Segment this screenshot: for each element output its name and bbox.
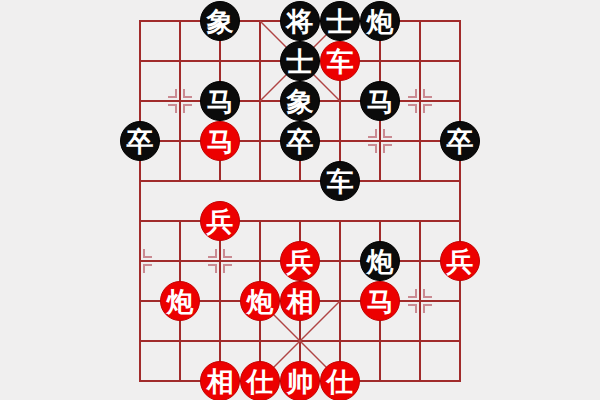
piece-red-elephant[interactable]: 相 [200,361,240,400]
piece-red-horse[interactable]: 马 [360,281,400,321]
piece-red-cannon[interactable]: 炮 [160,281,200,321]
piece-black-horse[interactable]: 马 [360,81,400,121]
piece-red-horse[interactable]: 马 [200,121,240,161]
piece-black-soldier[interactable]: 卒 [280,121,320,161]
piece-red-cannon[interactable]: 炮 [240,281,280,321]
xiangqi-app: 象将士炮士车马象马卒马卒卒车兵兵炮兵炮炮相马相仕帅仕 [0,0,600,400]
piece-black-advisor[interactable]: 士 [320,1,360,41]
piece-black-cannon[interactable]: 炮 [360,1,400,41]
piece-red-elephant[interactable]: 相 [280,281,320,321]
piece-red-general[interactable]: 帅 [280,361,320,400]
piece-red-soldier[interactable]: 兵 [200,201,240,241]
piece-red-advisor[interactable]: 仕 [320,361,360,400]
piece-black-soldier[interactable]: 卒 [120,121,160,161]
piece-black-horse[interactable]: 马 [200,81,240,121]
xiangqi-board: 象将士炮士车马象马卒马卒卒车兵兵炮兵炮炮相马相仕帅仕 [120,1,480,400]
piece-red-soldier[interactable]: 兵 [280,241,320,281]
piece-red-advisor[interactable]: 仕 [240,361,280,400]
piece-red-soldier[interactable]: 兵 [440,241,480,281]
piece-black-advisor[interactable]: 士 [280,41,320,81]
piece-black-elephant[interactable]: 象 [200,1,240,41]
piece-black-elephant[interactable]: 象 [280,81,320,121]
piece-red-chariot[interactable]: 车 [320,41,360,81]
piece-black-general[interactable]: 将 [280,1,320,41]
piece-black-cannon[interactable]: 炮 [360,241,400,281]
piece-black-chariot[interactable]: 车 [320,161,360,201]
piece-black-soldier[interactable]: 卒 [440,121,480,161]
